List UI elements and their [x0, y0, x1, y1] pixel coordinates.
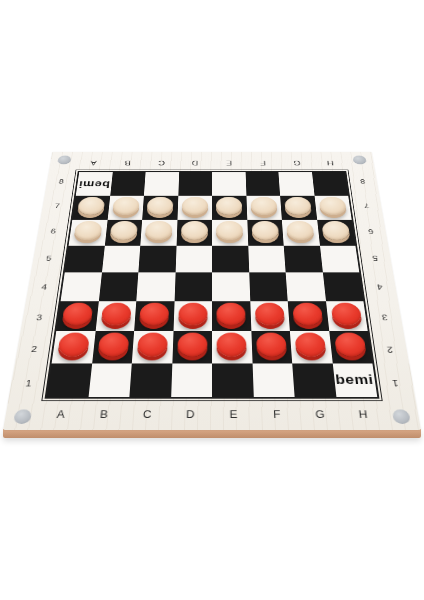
square-H8[interactable] [312, 172, 349, 195]
square-F2[interactable] [251, 331, 292, 363]
cream-checker-H6[interactable] [321, 221, 350, 240]
square-H4[interactable] [322, 272, 363, 301]
square-C1[interactable] [129, 363, 172, 397]
cream-checker-G7[interactable] [284, 197, 312, 215]
cream-checker-C6[interactable] [145, 221, 173, 240]
rank-label-right-7: 7 [357, 193, 376, 218]
square-B2[interactable] [92, 331, 134, 363]
square-G4[interactable] [286, 272, 326, 301]
file-label-top-E: E [212, 158, 246, 168]
file-label-bottom-E: E [212, 406, 255, 423]
square-E8[interactable] [212, 172, 246, 195]
red-checker-B3[interactable] [101, 303, 132, 326]
square-B6[interactable] [104, 220, 142, 246]
square-F7[interactable] [246, 195, 282, 219]
cream-checker-B6[interactable] [109, 221, 137, 240]
square-A7[interactable] [72, 195, 110, 219]
square-G3[interactable] [288, 301, 329, 331]
red-checker-B2[interactable] [97, 333, 129, 357]
square-A6[interactable] [69, 220, 108, 246]
brand-logo-H1: bemi [332, 363, 377, 397]
red-checker-H3[interactable] [330, 303, 362, 326]
red-checker-A3[interactable] [62, 303, 94, 326]
square-B3[interactable] [95, 301, 136, 331]
rank-label-right-2: 2 [379, 333, 401, 366]
red-checker-E3[interactable] [217, 303, 246, 326]
red-checker-E2[interactable] [217, 333, 247, 357]
red-checker-F2[interactable] [256, 333, 287, 357]
rank-label-right-4: 4 [370, 272, 391, 301]
square-H1[interactable]: bemi [332, 363, 377, 397]
square-H6[interactable] [317, 220, 356, 246]
rank-label-left-5: 5 [39, 245, 59, 273]
rank-label-left-3: 3 [28, 302, 49, 333]
cream-checker-F6[interactable] [251, 221, 279, 240]
square-C8[interactable] [144, 172, 179, 195]
cream-checker-D7[interactable] [182, 197, 208, 215]
square-E3[interactable] [212, 301, 251, 331]
file-label-top-F: F [246, 158, 280, 168]
red-checker-G3[interactable] [292, 303, 323, 326]
file-label-top-C: C [144, 158, 178, 168]
red-checker-F3[interactable] [255, 303, 285, 326]
cream-checker-G6[interactable] [286, 221, 314, 240]
cream-checker-B7[interactable] [112, 197, 140, 215]
file-labels-top: ABCDEFGH [76, 158, 348, 168]
rank-label-left-1: 1 [17, 366, 40, 401]
square-B8[interactable] [110, 172, 146, 195]
corner-pad-bottom-right-icon [392, 409, 411, 423]
square-H5[interactable] [320, 245, 360, 272]
cream-checker-A6[interactable] [74, 221, 103, 240]
file-label-top-B: B [110, 158, 145, 168]
square-A5[interactable] [65, 245, 105, 272]
rank-label-left-4: 4 [34, 272, 55, 301]
cream-checker-H7[interactable] [318, 197, 346, 215]
square-G8[interactable] [278, 172, 314, 195]
square-D4[interactable] [174, 272, 212, 301]
corner-pad-top-left-icon [57, 156, 72, 165]
red-checker-G2[interactable] [295, 333, 327, 357]
square-C2[interactable] [132, 331, 173, 363]
cream-checker-E7[interactable] [216, 197, 242, 215]
square-H7[interactable] [314, 195, 352, 219]
red-checker-D2[interactable] [177, 333, 207, 357]
square-B7[interactable] [107, 195, 144, 219]
file-label-top-H: H [313, 158, 348, 168]
square-A1[interactable] [47, 363, 92, 397]
square-F4[interactable] [249, 272, 288, 301]
red-checker-C3[interactable] [139, 303, 169, 326]
rank-label-right-1: 1 [384, 366, 407, 401]
square-F3[interactable] [250, 301, 290, 331]
corner-pad-bottom-left-icon [13, 409, 32, 423]
square-E6[interactable] [212, 220, 248, 246]
file-label-bottom-H: H [341, 406, 386, 423]
file-label-bottom-F: F [255, 406, 299, 423]
file-labels-bottom: ABCDEFGH [38, 406, 386, 423]
rank-label-right-8: 8 [354, 170, 372, 194]
square-E1[interactable] [212, 363, 253, 397]
square-F8[interactable] [245, 172, 280, 195]
brand-logo-A8: bemi [76, 172, 113, 195]
rank-label-left-7: 7 [48, 193, 67, 218]
red-checker-H2[interactable] [334, 333, 367, 357]
square-A2[interactable] [52, 331, 96, 363]
squares-grid: bemibemi [47, 172, 377, 397]
square-G7[interactable] [280, 195, 317, 219]
square-H3[interactable] [326, 301, 368, 331]
square-H2[interactable] [329, 331, 373, 363]
square-F6[interactable] [247, 220, 284, 246]
square-D7[interactable] [177, 195, 212, 219]
square-B1[interactable] [88, 363, 132, 397]
board-plywood-edge [3, 429, 421, 438]
square-G1[interactable] [292, 363, 336, 397]
cream-checker-E6[interactable] [216, 221, 243, 240]
red-checker-D3[interactable] [178, 303, 207, 326]
square-G5[interactable] [284, 245, 323, 272]
product-photo-scene: ABCDEFGH ABCDEFGH 87654321 87654321 bemi… [0, 0, 424, 600]
board-frame-inner: bemibemi [45, 171, 380, 398]
square-A3[interactable] [56, 301, 98, 331]
square-C7[interactable] [142, 195, 178, 219]
square-D3[interactable] [173, 301, 212, 331]
square-A4[interactable] [61, 272, 102, 301]
square-E5[interactable] [212, 245, 249, 272]
rank-label-right-5: 5 [365, 245, 385, 273]
rank-label-right-3: 3 [374, 302, 395, 333]
square-B4[interactable] [98, 272, 138, 301]
square-F1[interactable] [252, 363, 295, 397]
cream-checker-C7[interactable] [147, 197, 174, 215]
square-D5[interactable] [175, 245, 212, 272]
square-E4[interactable] [212, 272, 250, 301]
file-label-bottom-C: C [125, 406, 169, 423]
square-D1[interactable] [171, 363, 212, 397]
square-D2[interactable] [172, 331, 212, 363]
square-C3[interactable] [134, 301, 174, 331]
red-checker-A2[interactable] [57, 333, 90, 357]
square-C5[interactable] [138, 245, 176, 272]
cream-checker-A7[interactable] [77, 197, 105, 215]
file-label-top-D: D [178, 158, 212, 168]
red-checker-C2[interactable] [137, 333, 168, 357]
checkers-board: ABCDEFGH ABCDEFGH 87654321 87654321 bemi… [3, 152, 421, 430]
rank-label-left-8: 8 [52, 170, 70, 194]
cream-checker-F7[interactable] [250, 197, 277, 215]
board-frame: bemibemi [41, 170, 382, 402]
square-D6[interactable] [176, 220, 212, 246]
square-E7[interactable] [212, 195, 247, 219]
file-label-bottom-G: G [298, 406, 343, 423]
rank-label-right-6: 6 [361, 218, 380, 244]
file-label-bottom-D: D [169, 406, 212, 423]
square-D8[interactable] [178, 172, 212, 195]
square-C6[interactable] [140, 220, 177, 246]
rank-label-left-2: 2 [23, 333, 45, 366]
file-label-bottom-B: B [82, 406, 127, 423]
corner-pad-top-right-icon [352, 156, 367, 165]
file-label-top-A: A [76, 158, 111, 168]
cream-checker-D6[interactable] [181, 221, 208, 240]
square-F5[interactable] [248, 245, 286, 272]
square-E2[interactable] [212, 331, 252, 363]
square-B5[interactable] [102, 245, 141, 272]
square-G2[interactable] [290, 331, 332, 363]
file-label-top-G: G [279, 158, 314, 168]
square-G6[interactable] [282, 220, 320, 246]
square-A8[interactable]: bemi [76, 172, 113, 195]
file-label-bottom-A: A [38, 406, 83, 423]
rank-label-left-6: 6 [43, 218, 62, 244]
square-C4[interactable] [136, 272, 175, 301]
